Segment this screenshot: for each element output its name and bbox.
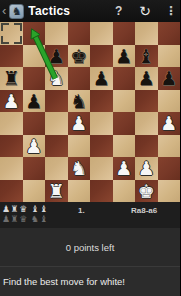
square-h2[interactable]: [158, 157, 181, 180]
square-c7[interactable]: ♟: [45, 45, 68, 68]
square-f8[interactable]: [113, 22, 136, 45]
captured-pieces-white-row: ♟♜♛ ♝♝: [2, 204, 48, 214]
piece-white-pawn-f2[interactable]: ♟: [115, 157, 132, 179]
square-e2[interactable]: [90, 157, 113, 180]
square-a5[interactable]: ♟: [0, 90, 23, 113]
square-f1[interactable]: [113, 180, 136, 203]
piece-white-pawn-g2[interactable]: ♟: [138, 157, 155, 179]
square-e6[interactable]: ♟: [90, 67, 113, 90]
square-c4[interactable]: [45, 112, 68, 135]
square-f5[interactable]: [113, 90, 136, 113]
square-g7[interactable]: ♝: [135, 45, 158, 68]
move-bar: ♟♜♛ ♝♝ ♟♜♛ ♞♝ 1. Ra8-a6: [0, 202, 180, 228]
square-c1[interactable]: ♜: [45, 180, 68, 203]
last-move-from-marker: [1, 36, 9, 44]
square-d5[interactable]: ♞: [68, 90, 91, 113]
piece-black-knight-d5[interactable]: ♞: [70, 90, 87, 112]
restart-icon[interactable]: ↻: [139, 3, 151, 19]
piece-black-pawn-g6[interactable]: ♟: [138, 67, 155, 89]
square-d3[interactable]: [68, 135, 91, 158]
points-area: 0 points left: [0, 228, 180, 266]
piece-white-rook-c1[interactable]: ♜: [48, 180, 65, 202]
square-c6[interactable]: ♞: [45, 67, 68, 90]
square-d1[interactable]: [68, 180, 91, 203]
piece-white-knight-d2[interactable]: ♞: [70, 157, 87, 179]
square-f3[interactable]: [113, 135, 136, 158]
chess-board[interactable]: ♟♚♟♝♜♞♟♟♟♟♟♞♟♟♟♞♟♟♜♚: [0, 22, 180, 202]
square-e4[interactable]: [90, 112, 113, 135]
piece-black-king-d7[interactable]: ♚: [70, 45, 87, 67]
square-e8[interactable]: [90, 22, 113, 45]
square-c2[interactable]: [45, 157, 68, 180]
app-screen: ‹ ♞ Tactics ? ↻ ⋮ ♟♚♟♝♜♞♟♟♟♟♟♞♟♟♟♞♟♟♜♚ ♟…: [0, 0, 180, 296]
square-h5[interactable]: [158, 90, 181, 113]
app-title: Tactics: [28, 4, 70, 18]
square-a8[interactable]: [0, 22, 23, 45]
square-d7[interactable]: ♚: [68, 45, 91, 68]
square-g5[interactable]: [135, 90, 158, 113]
square-b1[interactable]: [23, 180, 46, 203]
square-a3[interactable]: [0, 135, 23, 158]
square-c8[interactable]: [45, 22, 68, 45]
square-e7[interactable]: [90, 45, 113, 68]
square-a4[interactable]: [0, 112, 23, 135]
points-left-text: 0 points left: [66, 242, 115, 253]
instruction-bar: Find the best move for white!: [0, 266, 180, 296]
square-g4[interactable]: [135, 112, 158, 135]
square-g6[interactable]: ♟: [135, 67, 158, 90]
square-a1[interactable]: [0, 180, 23, 203]
captured-pieces-tray: ♟♜♛ ♝♝ ♟♜♛ ♞♝: [2, 204, 48, 224]
last-move-text: Ra8-a6: [131, 206, 157, 215]
square-g8[interactable]: [135, 22, 158, 45]
square-d8[interactable]: [68, 22, 91, 45]
piece-black-pawn-f7[interactable]: ♟: [115, 45, 132, 67]
overflow-menu-icon[interactable]: ⋮: [165, 4, 177, 18]
square-f6[interactable]: [113, 67, 136, 90]
square-h1[interactable]: [158, 180, 181, 203]
square-b7[interactable]: [23, 45, 46, 68]
top-bar: ‹ ♞ Tactics ? ↻ ⋮: [0, 0, 180, 22]
square-d6[interactable]: [68, 67, 91, 90]
square-a6[interactable]: ♜: [0, 67, 23, 90]
piece-black-bishop-g7[interactable]: ♝: [138, 45, 155, 67]
last-move-from-marker: [14, 36, 22, 44]
piece-black-pawn-b5[interactable]: ♟: [25, 90, 42, 112]
piece-black-pawn-h6[interactable]: ♟: [160, 67, 177, 89]
square-c3[interactable]: [45, 135, 68, 158]
piece-white-pawn-d4[interactable]: ♟: [70, 112, 87, 134]
piece-white-knight-c6[interactable]: ♞: [48, 67, 65, 89]
square-e3[interactable]: [90, 135, 113, 158]
square-b3[interactable]: ♟: [23, 135, 46, 158]
square-h8[interactable]: [158, 22, 181, 45]
square-b8[interactable]: [23, 22, 46, 45]
square-b2[interactable]: [23, 157, 46, 180]
square-h3[interactable]: [158, 135, 181, 158]
piece-black-pawn-c7[interactable]: ♟: [48, 45, 65, 67]
piece-white-pawn-b3[interactable]: ♟: [25, 135, 42, 157]
square-b4[interactable]: [23, 112, 46, 135]
square-h4[interactable]: ♟: [158, 112, 181, 135]
captured-pieces-black-row: ♟♜♛ ♞♝: [2, 214, 48, 224]
square-g1[interactable]: ♚: [135, 180, 158, 203]
piece-white-pawn-h4[interactable]: ♟: [160, 112, 177, 134]
square-a7[interactable]: [0, 45, 23, 68]
square-d4[interactable]: ♟: [68, 112, 91, 135]
square-c5[interactable]: [45, 90, 68, 113]
square-d2[interactable]: ♞: [68, 157, 91, 180]
square-b5[interactable]: ♟: [23, 90, 46, 113]
square-g2[interactable]: ♟: [135, 157, 158, 180]
piece-white-pawn-a5[interactable]: ♟: [3, 90, 20, 112]
square-f7[interactable]: ♟: [113, 45, 136, 68]
piece-white-king-g1[interactable]: ♚: [138, 180, 155, 202]
piece-black-pawn-e6[interactable]: ♟: [93, 67, 110, 89]
piece-black-rook-a6[interactable]: ♜: [3, 67, 20, 89]
square-a2[interactable]: [0, 157, 23, 180]
move-number: 1.: [78, 206, 85, 215]
square-h7[interactable]: [158, 45, 181, 68]
back-icon[interactable]: ‹: [0, 0, 7, 22]
last-move-from-marker: [14, 23, 22, 31]
square-e1[interactable]: [90, 180, 113, 203]
square-e5[interactable]: [90, 90, 113, 113]
last-move-from-marker: [1, 23, 9, 31]
square-f2[interactable]: ♟: [113, 157, 136, 180]
square-g3[interactable]: [135, 135, 158, 158]
square-f4[interactable]: [113, 112, 136, 135]
help-icon[interactable]: ?: [115, 4, 122, 18]
square-h6[interactable]: ♟: [158, 67, 181, 90]
app-logo-knight-icon: ♞: [9, 4, 24, 19]
square-b6[interactable]: [23, 67, 46, 90]
instruction-text: Find the best move for white!: [3, 276, 125, 287]
